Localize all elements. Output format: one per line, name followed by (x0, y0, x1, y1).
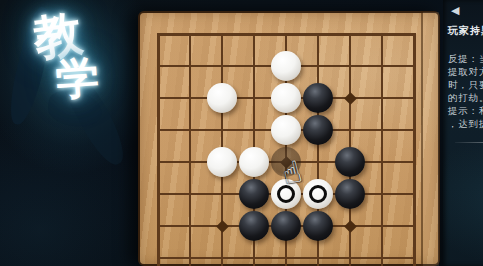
white-stone (271, 115, 301, 145)
grid-horizontal-line (157, 257, 415, 259)
white-stone (271, 83, 301, 113)
lesson-text-line: 提示：利 (448, 105, 483, 118)
grid-vertical-line (189, 33, 191, 266)
lesson-text-line: 时，只要 (448, 79, 483, 92)
white-stone (207, 147, 237, 177)
black-stone (303, 115, 333, 145)
white-stone-marked (303, 179, 333, 209)
lesson-text-line: 反提：当 (448, 53, 483, 66)
white-stone (271, 51, 301, 81)
white-stone (207, 83, 237, 113)
grid-horizontal-line (157, 33, 415, 36)
black-stone (303, 83, 333, 113)
lesson-text-line: 的打劫。 (448, 92, 483, 105)
black-stone (303, 211, 333, 241)
board-frame-strip (423, 12, 439, 266)
lesson-text: 反提：当提取对方时，只要的打劫。提示：利，达到提 (448, 53, 483, 130)
white-stone (239, 147, 269, 177)
black-stone (239, 211, 269, 241)
lesson-text-line: 提取对方 (448, 66, 483, 79)
black-stone (271, 211, 301, 241)
grid-vertical-line (157, 33, 160, 266)
lesson-panel: ◀ 玩家持黑 反提：当提取对方时，只要的打劫。提示：利，达到提 (443, 0, 483, 266)
black-stone (335, 147, 365, 177)
player-color-title: 玩家持黑 (448, 24, 483, 38)
calligraphy-learn-char: 学 (55, 56, 101, 102)
lesson-text-line: ，达到提 (448, 118, 483, 131)
grid-vertical-line (381, 33, 383, 266)
black-stone (335, 179, 365, 209)
panel-divider (455, 142, 483, 143)
circle-marker-icon (309, 185, 327, 203)
black-stone (239, 179, 269, 209)
collapse-panel-icon[interactable]: ◀ (451, 4, 459, 17)
grid-vertical-line (413, 33, 416, 266)
